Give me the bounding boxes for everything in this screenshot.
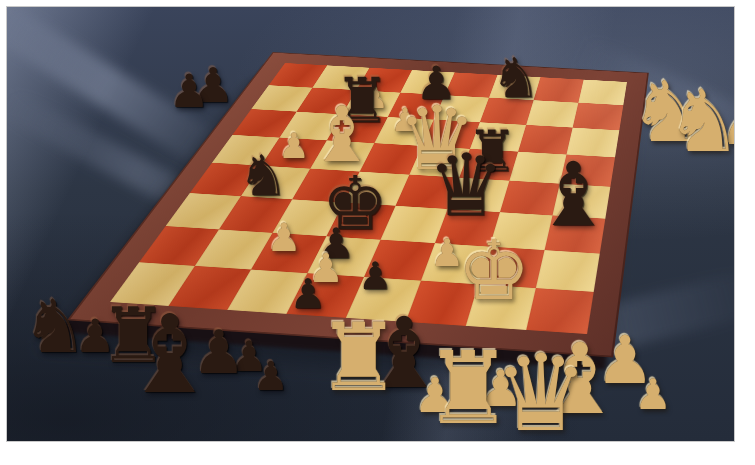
piece-black-pawn-e1[interactable]: ♟ xyxy=(358,257,392,295)
piece-black-knight-b3[interactable]: ♞ xyxy=(238,148,288,204)
square-h8[interactable] xyxy=(578,80,627,106)
piece-white-knight-captured[interactable]: ♞ xyxy=(665,78,735,164)
piece-black-knight-captured[interactable]: ♞ xyxy=(22,289,88,363)
piece-black-pawn-captured[interactable]: ♟ xyxy=(253,356,289,396)
square-h7[interactable] xyxy=(573,103,624,131)
piece-white-pawn-c2[interactable]: ♟ xyxy=(267,218,302,257)
piece-white-queen-captured[interactable]: ♛ xyxy=(493,341,588,442)
piece-black-pawn-captured[interactable]: ♟ xyxy=(168,68,209,114)
piece-black-queen-f3[interactable]: ♛ xyxy=(427,142,504,228)
square-g8[interactable] xyxy=(534,77,584,103)
piece-white-pawn-captured[interactable]: ♟ xyxy=(634,374,672,416)
piece-white-king-g1[interactable]: ♚ xyxy=(457,230,531,312)
piece-white-rook-captured[interactable]: ♜ xyxy=(317,311,401,405)
square-h2[interactable] xyxy=(536,250,600,292)
photo-area: ♟♞♟♜♟♟♝♛♜♝♞♚♛♟♟♟♟♟♟♚♟♟♞♟♜♝♟♟♟♝♞♞♟♜♟♜♟♛♝♟… xyxy=(6,6,735,442)
piece-black-bishop-h4[interactable]: ♝ xyxy=(534,151,613,239)
piece-black-bishop-captured[interactable]: ♝ xyxy=(122,301,219,409)
piece-black-knight-f8[interactable]: ♞ xyxy=(491,51,540,106)
